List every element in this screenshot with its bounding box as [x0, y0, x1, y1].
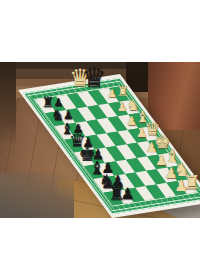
photo-scene: ♜♟♟♜♞♟♟♞♝♟♟♝♛♟♟♛♚♟♟♚♝♟♟♝♞♟♟♞♜♟♟♜♛♛: [0, 62, 200, 218]
product-image: ♜♟♟♜♞♟♟♞♝♟♟♝♛♟♟♛♚♟♟♚♝♟♟♝♞♟♟♞♜♟♟♜♛♛: [0, 0, 200, 280]
left-dark-wood: [0, 62, 16, 146]
floor-shadow: [0, 172, 74, 218]
reddish-wood-post: [148, 62, 200, 130]
